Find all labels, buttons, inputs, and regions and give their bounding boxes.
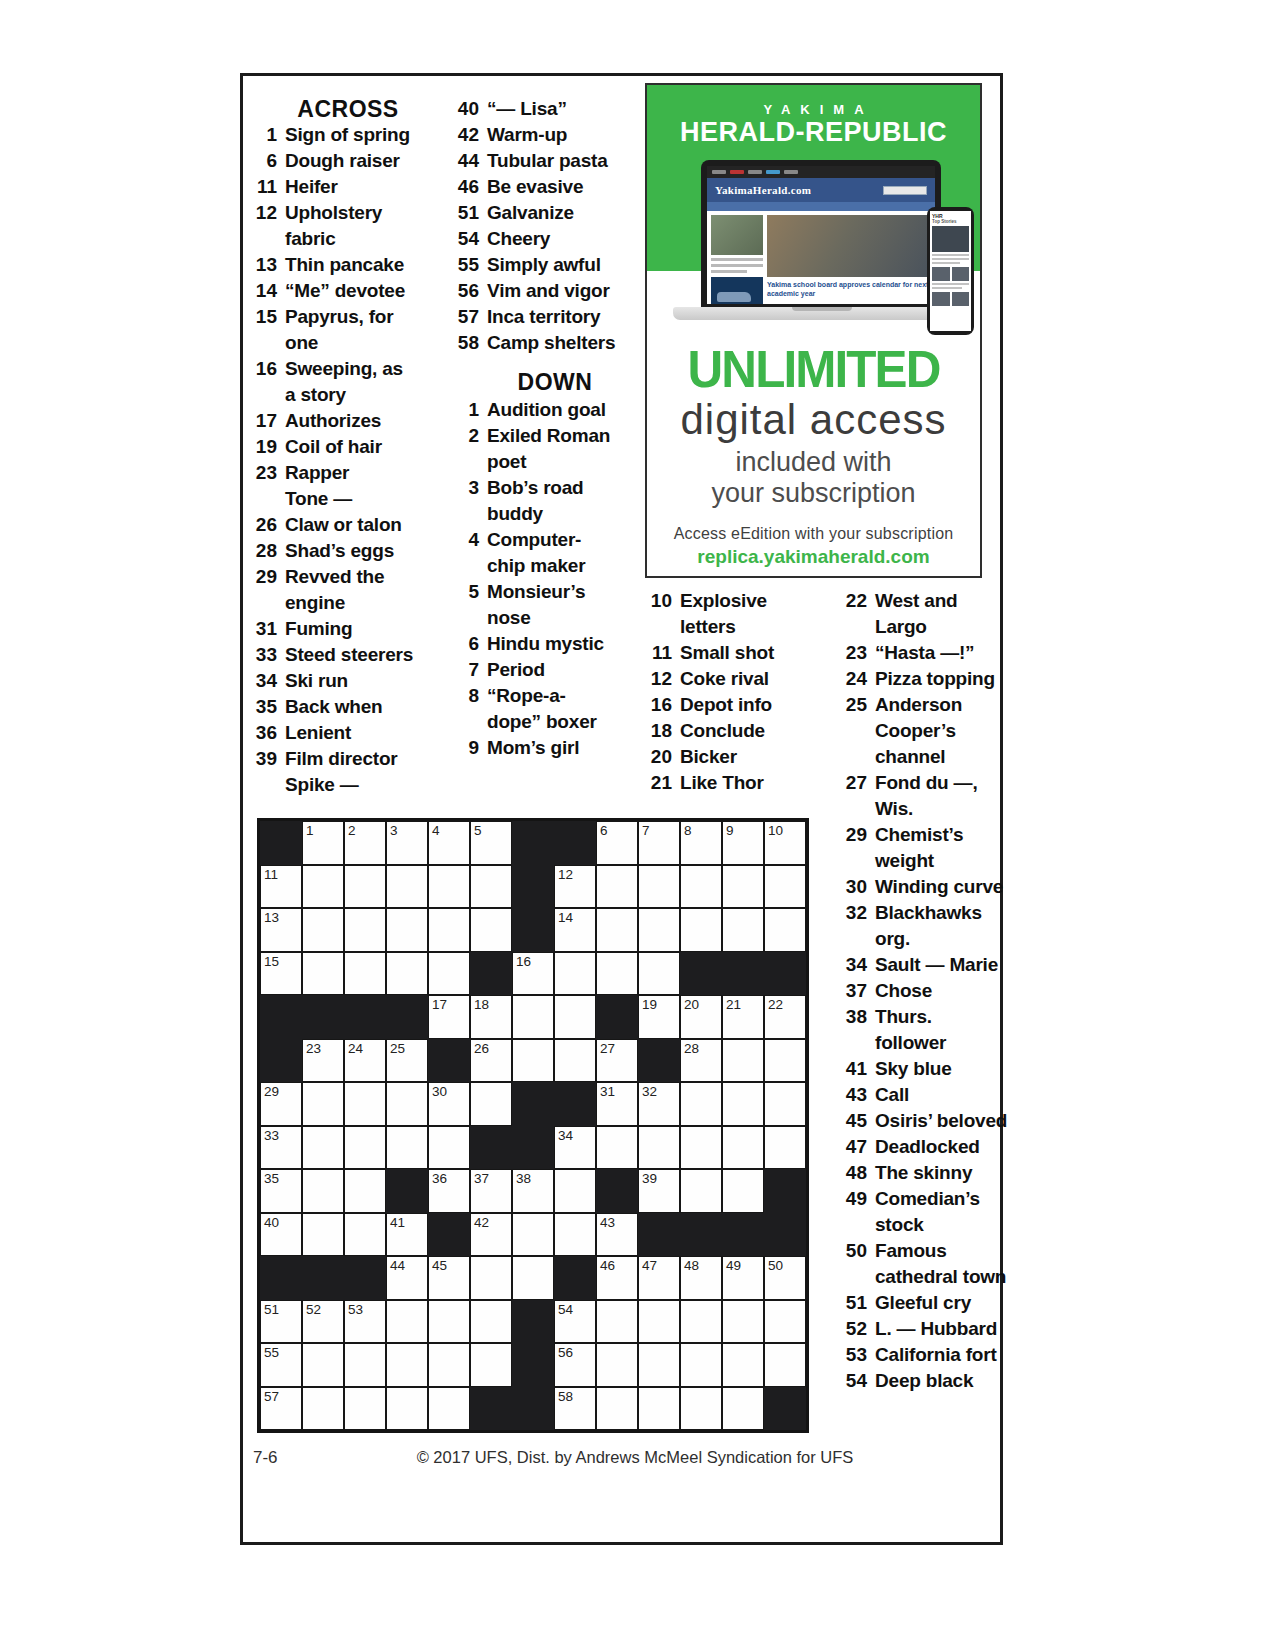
- clue-text: Ski run: [285, 668, 348, 694]
- grid-cell: [638, 1343, 680, 1387]
- clue-text: Chose: [875, 978, 932, 1004]
- clue-text: “Me” devotee: [285, 278, 405, 304]
- grid-cell: 24: [344, 1039, 386, 1083]
- black-cell: [470, 1126, 512, 1170]
- clue-text: Sign of spring: [285, 122, 410, 148]
- news-photo-small: [711, 215, 763, 255]
- clue-item: 23“Hasta —!”: [840, 640, 1030, 666]
- cell-number: 9: [726, 823, 734, 838]
- clue-item: 37Chose: [840, 978, 1030, 1004]
- grid-cell: 13: [260, 908, 302, 952]
- clue-text: Monsieur’s nose: [487, 579, 585, 631]
- cell-number: 20: [684, 997, 699, 1012]
- grid-cell: [764, 1300, 806, 1344]
- down-clue-column-right: 22West and Largo23“Hasta —!”24Pizza topp…: [840, 588, 1030, 1394]
- grid-cell: 35: [260, 1169, 302, 1213]
- clue-number: 11: [250, 174, 277, 200]
- grid-cell: 52: [302, 1300, 344, 1344]
- grid-cell: 56: [554, 1343, 596, 1387]
- cell-number: 1: [306, 823, 314, 838]
- cell-number: 42: [474, 1215, 489, 1230]
- grid-cell: [302, 1387, 344, 1431]
- clue-number: 29: [840, 822, 867, 874]
- cell-number: 27: [600, 1041, 615, 1056]
- grid-cell: [428, 952, 470, 996]
- clue-text: Coke rival: [680, 666, 769, 692]
- clue-item: 8“Rope-a- dope” boxer: [452, 683, 642, 735]
- clue-text: Small shot: [680, 640, 774, 666]
- grid-cell: [344, 908, 386, 952]
- black-cell: [260, 1039, 302, 1083]
- clue-item: 51Galvanize: [452, 200, 642, 226]
- clue-item: 57Inca territory: [452, 304, 642, 330]
- clue-number: 3: [452, 475, 479, 527]
- down-clue-column-left: 10Explosive letters11Small shot12Coke ri…: [645, 588, 825, 796]
- grid-cell: 5: [470, 821, 512, 865]
- grid-cell: [722, 1343, 764, 1387]
- clue-text: Explosive letters: [680, 588, 767, 640]
- clue-item: 17Authorizes: [250, 408, 432, 434]
- clue-number: 54: [452, 226, 479, 252]
- clue-number: 50: [840, 1238, 867, 1290]
- phone-mockup: YHR Top Stories: [927, 207, 974, 335]
- clue-text: Like Thor: [680, 770, 764, 796]
- black-cell: [596, 995, 638, 1039]
- ad-subhead: digital access: [647, 398, 980, 442]
- grid-cell: 27: [596, 1039, 638, 1083]
- grid-cell: [596, 865, 638, 909]
- clue-item: 12Coke rival: [645, 666, 825, 692]
- cell-number: 11: [264, 867, 278, 882]
- clue-text: Conclude: [680, 718, 765, 744]
- grid-cell: [386, 1300, 428, 1344]
- clue-number: 31: [250, 616, 277, 642]
- grid-cell: 1: [302, 821, 344, 865]
- clue-number: 46: [452, 174, 479, 200]
- grid-cell: [386, 1387, 428, 1431]
- clue-number: 48: [840, 1160, 867, 1186]
- clue-number: 12: [645, 666, 672, 692]
- clue-number: 12: [250, 200, 277, 252]
- ad-included-text: included with your subscription: [647, 447, 980, 509]
- grid-cell: 36: [428, 1169, 470, 1213]
- cell-number: 36: [432, 1171, 447, 1186]
- grid-cell: 33: [260, 1126, 302, 1170]
- grid-cell: 28: [680, 1039, 722, 1083]
- cell-number: 33: [264, 1128, 279, 1143]
- grid-cell: [638, 952, 680, 996]
- cell-number: 37: [474, 1171, 489, 1186]
- grid-cell: 29: [260, 1082, 302, 1126]
- clue-number: 10: [645, 588, 672, 640]
- grid-cell: 32: [638, 1082, 680, 1126]
- clue-number: 38: [840, 1004, 867, 1056]
- grid-cell: 57: [260, 1387, 302, 1431]
- cell-number: 58: [558, 1389, 573, 1404]
- grid-cell: [428, 1387, 470, 1431]
- cell-number: 3: [390, 823, 398, 838]
- cell-number: 7: [642, 823, 650, 838]
- clue-text: Bicker: [680, 744, 737, 770]
- grid-cell: [302, 1126, 344, 1170]
- clue-text: Camp shelters: [487, 330, 615, 356]
- grid-cell: [554, 1039, 596, 1083]
- cell-number: 50: [768, 1258, 783, 1273]
- clue-item: 20Bicker: [645, 744, 825, 770]
- black-cell: [512, 1387, 554, 1431]
- clue-item: 25Anderson Cooper’s channel: [840, 692, 1030, 770]
- clue-number: 30: [840, 874, 867, 900]
- clue-number: 17: [250, 408, 277, 434]
- grid-cell: [638, 1387, 680, 1431]
- black-cell: [512, 821, 554, 865]
- cell-number: 32: [642, 1084, 657, 1099]
- grid-cell: [554, 1213, 596, 1257]
- grid-cell: [470, 908, 512, 952]
- clue-item: 21Like Thor: [645, 770, 825, 796]
- clue-number: 51: [840, 1290, 867, 1316]
- cell-number: 6: [600, 823, 608, 838]
- clue-item: 58Camp shelters: [452, 330, 642, 356]
- clue-text: Back when: [285, 694, 382, 720]
- grid-cell: 18: [470, 995, 512, 1039]
- grid-cell: 54: [554, 1300, 596, 1344]
- clue-number: 11: [645, 640, 672, 666]
- cell-number: 24: [348, 1041, 363, 1056]
- clue-text: West and Largo: [875, 588, 958, 640]
- black-cell: [680, 1213, 722, 1257]
- clue-item: 43Call: [840, 1082, 1030, 1108]
- subscription-ad: YAKIMA HERALD-REPUBLIC YakimaHerald.com …: [645, 83, 982, 578]
- grid-cell: [722, 1300, 764, 1344]
- grid-cell: [638, 1126, 680, 1170]
- grid-cell: 19: [638, 995, 680, 1039]
- grid-cell: 10: [764, 821, 806, 865]
- black-cell: [512, 1082, 554, 1126]
- clue-text: Gleeful cry: [875, 1290, 971, 1316]
- crossword-grid: 1234567891011121314151617181920212223242…: [257, 818, 809, 1433]
- clue-text: Hindu mystic: [487, 631, 604, 657]
- clue-text: Simply awful: [487, 252, 601, 278]
- black-cell: [638, 1039, 680, 1083]
- black-cell: [386, 995, 428, 1039]
- clue-text: Dough raiser: [285, 148, 400, 174]
- clue-number: 54: [840, 1368, 867, 1394]
- clue-text: “Rope-a- dope” boxer: [487, 683, 597, 735]
- laptop-screen: YakimaHerald.com Yakima school board app…: [707, 166, 935, 304]
- clue-text: Coil of hair: [285, 434, 382, 460]
- cell-number: 55: [264, 1345, 279, 1360]
- grid-cell: 23: [302, 1039, 344, 1083]
- grid-cell: [764, 1082, 806, 1126]
- search-box: [883, 186, 927, 195]
- grid-cell: [680, 1387, 722, 1431]
- cell-number: 44: [390, 1258, 405, 1273]
- clue-number: 20: [645, 744, 672, 770]
- black-cell: [260, 821, 302, 865]
- clue-item: 22West and Largo: [840, 588, 1030, 640]
- clue-text: Shad’s eggs: [285, 538, 394, 564]
- clue-number: 15: [250, 304, 277, 356]
- grid-cell: [680, 1300, 722, 1344]
- clue-number: 53: [840, 1342, 867, 1368]
- grid-cell: 48: [680, 1256, 722, 1300]
- grid-cell: [638, 1300, 680, 1344]
- clue-number: 23: [840, 640, 867, 666]
- news-site-navbar: [707, 202, 935, 211]
- grid-cell: 12: [554, 865, 596, 909]
- grid-cell: [344, 1082, 386, 1126]
- black-cell: [554, 821, 596, 865]
- puzzle-date-code: 7-6: [253, 1448, 278, 1468]
- clue-number: 49: [840, 1186, 867, 1238]
- clue-item: 54Deep black: [840, 1368, 1030, 1394]
- clue-item: 40“— Lisa”: [452, 96, 642, 122]
- clue-text: Pizza topping: [875, 666, 995, 692]
- grid-cell: 39: [638, 1169, 680, 1213]
- grid-cell: [554, 952, 596, 996]
- mixed-clue-column: 40“— Lisa”42Warm-up44Tubular pasta46Be e…: [452, 96, 642, 761]
- grid-cell: [680, 1082, 722, 1126]
- clue-number: 25: [840, 692, 867, 770]
- clue-number: 19: [250, 434, 277, 460]
- grid-cell: 15: [260, 952, 302, 996]
- clue-text: Papyrus, for one: [285, 304, 393, 356]
- cell-number: 30: [432, 1084, 447, 1099]
- clue-text: Chemist’s weight: [875, 822, 963, 874]
- cell-number: 14: [558, 910, 573, 925]
- cell-number: 22: [768, 997, 783, 1012]
- grid-cell: 6: [596, 821, 638, 865]
- clue-number: 51: [452, 200, 479, 226]
- clue-text: Exiled Roman poet: [487, 423, 610, 475]
- clue-item: 2Exiled Roman poet: [452, 423, 642, 475]
- black-cell: [764, 1169, 806, 1213]
- clue-number: 39: [250, 746, 277, 798]
- clue-number: 52: [840, 1316, 867, 1342]
- grid-cell: 30: [428, 1082, 470, 1126]
- browser-chrome-bar: [707, 166, 935, 178]
- cell-number: 40: [264, 1215, 279, 1230]
- clue-item: 10Explosive letters: [645, 588, 825, 640]
- grid-cell: 49: [722, 1256, 764, 1300]
- ad-access-line: Access eEdition with your subscription: [647, 525, 980, 543]
- grid-cell: [722, 1126, 764, 1170]
- cell-number: 15: [264, 954, 279, 969]
- grid-cell: 58: [554, 1387, 596, 1431]
- clue-item: 31Fuming: [250, 616, 432, 642]
- cell-number: 47: [642, 1258, 657, 1273]
- clue-item: 42Warm-up: [452, 122, 642, 148]
- clue-item: 34Ski run: [250, 668, 432, 694]
- black-cell: [344, 995, 386, 1039]
- grid-cell: 7: [638, 821, 680, 865]
- cell-number: 48: [684, 1258, 699, 1273]
- clue-item: 33Steed steerers: [250, 642, 432, 668]
- cell-number: 41: [390, 1215, 405, 1230]
- clue-number: 35: [250, 694, 277, 720]
- clue-item: 3Bob’s road buddy: [452, 475, 642, 527]
- clue-number: 55: [452, 252, 479, 278]
- grid-cell: [302, 1169, 344, 1213]
- clue-text: Cheery: [487, 226, 550, 252]
- across-clue-column: ACROSS 1Sign of spring6Dough raiser11Hei…: [250, 96, 432, 798]
- grid-cell: [638, 908, 680, 952]
- clue-number: 28: [250, 538, 277, 564]
- grid-cell: [470, 1082, 512, 1126]
- black-cell: [764, 952, 806, 996]
- cell-number: 51: [264, 1302, 279, 1317]
- cell-number: 23: [306, 1041, 321, 1056]
- clue-text: Mom’s girl: [487, 735, 579, 761]
- clue-number: 29: [250, 564, 277, 616]
- grid-cell: 20: [680, 995, 722, 1039]
- grid-cell: 3: [386, 821, 428, 865]
- across-heading: ACROSS: [268, 96, 428, 122]
- phone-photo: [932, 226, 969, 252]
- grid-cell: [596, 952, 638, 996]
- clue-text: Deep black: [875, 1368, 973, 1394]
- news-site-content: Yakima school board approves calendar fo…: [707, 211, 935, 304]
- clue-number: 2: [452, 423, 479, 475]
- grid-cell: 44: [386, 1256, 428, 1300]
- grid-cell: [344, 1126, 386, 1170]
- clue-text: Revved the engine: [285, 564, 384, 616]
- black-cell: [302, 1256, 344, 1300]
- ad-brand-name: HERALD-REPUBLIC: [647, 117, 980, 148]
- cell-number: 16: [516, 954, 531, 969]
- across-clues-part1: 1Sign of spring6Dough raiser11Heifer12Up…: [250, 122, 432, 798]
- clue-item: 16Depot info: [645, 692, 825, 718]
- cell-number: 29: [264, 1084, 279, 1099]
- grid-cell: [596, 1343, 638, 1387]
- black-cell: [722, 952, 764, 996]
- grid-cell: [344, 952, 386, 996]
- clue-item: 12Upholstery fabric: [250, 200, 432, 252]
- clue-text: Sky blue: [875, 1056, 952, 1082]
- clue-item: 32Blackhawks org.: [840, 900, 1030, 952]
- grid-cell: [722, 1169, 764, 1213]
- clue-number: 34: [250, 668, 277, 694]
- clue-item: 30Winding curve: [840, 874, 1030, 900]
- clue-item: 5Monsieur’s nose: [452, 579, 642, 631]
- clue-text: Rapper Tone —: [285, 460, 352, 512]
- grid-cell: [428, 1343, 470, 1387]
- clue-item: 1Audition goal: [452, 397, 642, 423]
- grid-cell: 47: [638, 1256, 680, 1300]
- black-cell: [386, 1169, 428, 1213]
- grid-cell: 46: [596, 1256, 638, 1300]
- clue-item: 14“Me” devotee: [250, 278, 432, 304]
- clue-number: 33: [250, 642, 277, 668]
- clue-text: Winding curve: [875, 874, 1003, 900]
- black-cell: [512, 1300, 554, 1344]
- clue-number: 16: [645, 692, 672, 718]
- grid-cell: 31: [596, 1082, 638, 1126]
- black-cell: [512, 1343, 554, 1387]
- clue-number: 24: [840, 666, 867, 692]
- grid-cell: [344, 1387, 386, 1431]
- grid-cell: 55: [260, 1343, 302, 1387]
- clue-number: 27: [840, 770, 867, 822]
- grid-cell: 51: [260, 1300, 302, 1344]
- clue-number: 1: [452, 397, 479, 423]
- cell-number: 17: [432, 997, 447, 1012]
- clue-number: 43: [840, 1082, 867, 1108]
- clue-text: Lenient: [285, 720, 351, 746]
- grid-cell: [344, 1213, 386, 1257]
- clue-text: “— Lisa”: [487, 96, 567, 122]
- grid-cell: [722, 908, 764, 952]
- cell-number: 35: [264, 1171, 279, 1186]
- cell-number: 12: [558, 867, 573, 882]
- clue-item: 16Sweeping, as a story: [250, 356, 432, 408]
- grid-cell: [764, 1126, 806, 1170]
- clue-text: Tubular pasta: [487, 148, 608, 174]
- clue-text: Call: [875, 1082, 909, 1108]
- clue-item: 39Film director Spike —: [250, 746, 432, 798]
- grid-cell: 16: [512, 952, 554, 996]
- clue-text: Famous cathedral town: [875, 1238, 1006, 1290]
- clue-item: 56Vim and vigor: [452, 278, 642, 304]
- grid-cell: [512, 1213, 554, 1257]
- clue-text: Film director Spike —: [285, 746, 397, 798]
- cell-number: 25: [390, 1041, 405, 1056]
- black-cell: [596, 1169, 638, 1213]
- clue-text: Steed steerers: [285, 642, 413, 668]
- clue-text: Comedian’s stock: [875, 1186, 980, 1238]
- down-clues-part3: 22West and Largo23“Hasta —!”24Pizza topp…: [840, 588, 1030, 1394]
- clue-item: 15Papyrus, for one: [250, 304, 432, 356]
- black-cell: [344, 1256, 386, 1300]
- black-cell: [470, 1387, 512, 1431]
- grid-cell: [764, 865, 806, 909]
- grid-cell: 21: [722, 995, 764, 1039]
- grid-cell: 38: [512, 1169, 554, 1213]
- clue-item: 18Conclude: [645, 718, 825, 744]
- grid-cell: [512, 1256, 554, 1300]
- cell-number: 56: [558, 1345, 573, 1360]
- black-cell: [260, 1256, 302, 1300]
- masthead-logo: YakimaHerald.com: [715, 184, 811, 196]
- cell-number: 34: [558, 1128, 573, 1143]
- clue-text: California fort: [875, 1342, 997, 1368]
- grid-cell: 43: [596, 1213, 638, 1257]
- clue-text: Osiris’ beloved: [875, 1108, 1007, 1134]
- grid-cell: 34: [554, 1126, 596, 1170]
- clue-number: 37: [840, 978, 867, 1004]
- down-clues-part1: 1Audition goal2Exiled Roman poet3Bob’s r…: [452, 397, 642, 761]
- clue-text: Period: [487, 657, 545, 683]
- black-cell: [512, 908, 554, 952]
- grid-cell: [638, 865, 680, 909]
- grid-cell: [512, 1039, 554, 1083]
- grid-cell: [470, 1300, 512, 1344]
- cell-number: 49: [726, 1258, 741, 1273]
- clue-item: 29Chemist’s weight: [840, 822, 1030, 874]
- clue-item: 47Deadlocked: [840, 1134, 1030, 1160]
- clue-text: Vim and vigor: [487, 278, 610, 304]
- clue-text: Bob’s road buddy: [487, 475, 584, 527]
- grid-cell: [302, 952, 344, 996]
- news-main-column: Yakima school board approves calendar fo…: [767, 215, 931, 304]
- clue-text: L. — Hubbard: [875, 1316, 997, 1342]
- cell-number: 8: [684, 823, 692, 838]
- clue-item: 35Back when: [250, 694, 432, 720]
- clue-number: 1: [250, 122, 277, 148]
- grid-cell: [428, 1126, 470, 1170]
- grid-cell: [680, 1343, 722, 1387]
